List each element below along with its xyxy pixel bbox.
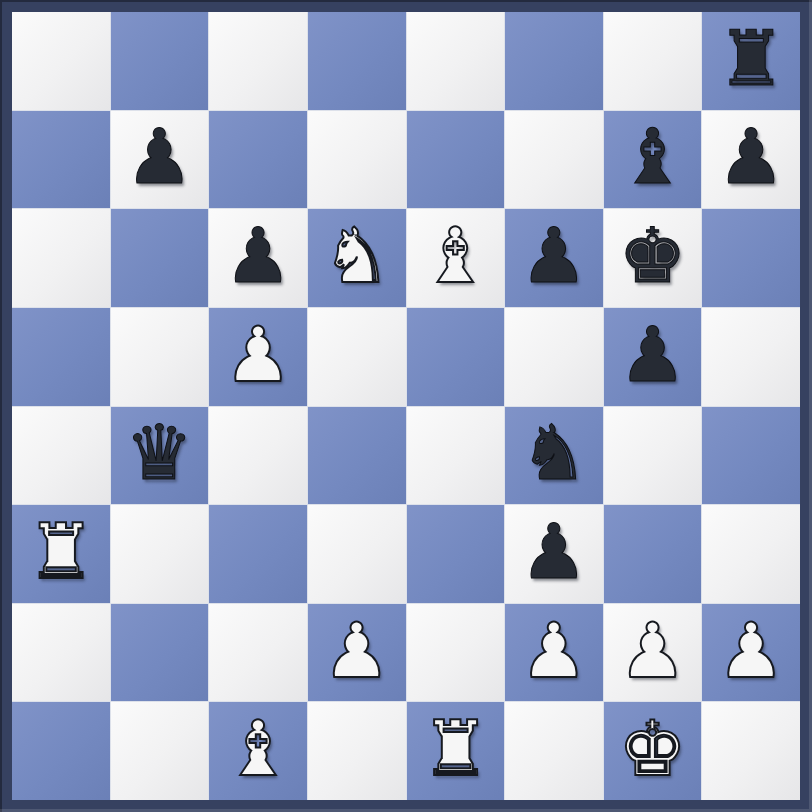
square-b3[interactable]	[111, 505, 209, 603]
square-h7[interactable]: ♟	[702, 111, 800, 209]
square-a4[interactable]	[12, 407, 110, 505]
square-e5[interactable]	[407, 308, 505, 406]
square-e7[interactable]	[407, 111, 505, 209]
square-e2[interactable]	[407, 604, 505, 702]
square-d6[interactable]: ♞	[308, 209, 406, 307]
square-b8[interactable]	[111, 12, 209, 110]
square-h3[interactable]	[702, 505, 800, 603]
white-pawn-piece[interactable]: ♟	[323, 613, 391, 689]
square-a7[interactable]	[12, 111, 110, 209]
square-h5[interactable]	[702, 308, 800, 406]
square-d5[interactable]	[308, 308, 406, 406]
square-e4[interactable]	[407, 407, 505, 505]
square-h6[interactable]	[702, 209, 800, 307]
square-f2[interactable]: ♟	[505, 604, 603, 702]
square-b7[interactable]: ♟	[111, 111, 209, 209]
board-frame: ♜♟♝♟♟♞♝♟♚♟♟♛♞♜♟♟♟♟♟♝♜♚	[0, 0, 812, 812]
square-d2[interactable]: ♟	[308, 604, 406, 702]
black-pawn-piece[interactable]: ♟	[224, 218, 292, 294]
square-d1[interactable]	[308, 702, 406, 800]
black-knight-piece[interactable]: ♞	[520, 415, 588, 491]
square-g1[interactable]: ♚	[604, 702, 702, 800]
square-b5[interactable]	[111, 308, 209, 406]
black-bishop-piece[interactable]: ♝	[618, 119, 686, 195]
square-g6[interactable]: ♚	[604, 209, 702, 307]
square-b6[interactable]	[111, 209, 209, 307]
square-e8[interactable]	[407, 12, 505, 110]
square-c8[interactable]	[209, 12, 307, 110]
black-pawn-piece[interactable]: ♟	[618, 317, 686, 393]
black-rook-piece[interactable]: ♜	[717, 21, 785, 97]
white-king-piece[interactable]: ♚	[618, 711, 686, 787]
square-g5[interactable]: ♟	[604, 308, 702, 406]
white-pawn-piece[interactable]: ♟	[717, 613, 785, 689]
square-b1[interactable]	[111, 702, 209, 800]
square-f6[interactable]: ♟	[505, 209, 603, 307]
square-h1[interactable]	[702, 702, 800, 800]
square-g3[interactable]	[604, 505, 702, 603]
black-pawn-piece[interactable]: ♟	[520, 218, 588, 294]
square-c5[interactable]: ♟	[209, 308, 307, 406]
square-e1[interactable]: ♜	[407, 702, 505, 800]
square-c1[interactable]: ♝	[209, 702, 307, 800]
square-d8[interactable]	[308, 12, 406, 110]
square-f7[interactable]	[505, 111, 603, 209]
square-a8[interactable]	[12, 12, 110, 110]
square-g8[interactable]	[604, 12, 702, 110]
square-a6[interactable]	[12, 209, 110, 307]
square-d7[interactable]	[308, 111, 406, 209]
white-rook-piece[interactable]: ♜	[421, 711, 489, 787]
square-d4[interactable]	[308, 407, 406, 505]
black-pawn-piece[interactable]: ♟	[125, 119, 193, 195]
square-a1[interactable]	[12, 702, 110, 800]
square-f4[interactable]: ♞	[505, 407, 603, 505]
chess-board: ♜♟♝♟♟♞♝♟♚♟♟♛♞♜♟♟♟♟♟♝♜♚	[12, 12, 800, 800]
square-f1[interactable]	[505, 702, 603, 800]
square-g4[interactable]	[604, 407, 702, 505]
white-knight-piece[interactable]: ♞	[323, 218, 391, 294]
white-pawn-piece[interactable]: ♟	[618, 613, 686, 689]
square-c3[interactable]	[209, 505, 307, 603]
square-c7[interactable]	[209, 111, 307, 209]
black-pawn-piece[interactable]: ♟	[717, 119, 785, 195]
square-h4[interactable]	[702, 407, 800, 505]
square-b2[interactable]	[111, 604, 209, 702]
black-queen-piece[interactable]: ♛	[125, 415, 193, 491]
square-b4[interactable]: ♛	[111, 407, 209, 505]
white-pawn-piece[interactable]: ♟	[224, 317, 292, 393]
square-a2[interactable]	[12, 604, 110, 702]
square-f5[interactable]	[505, 308, 603, 406]
square-d3[interactable]	[308, 505, 406, 603]
black-pawn-piece[interactable]: ♟	[520, 514, 588, 590]
square-g2[interactable]: ♟	[604, 604, 702, 702]
square-f8[interactable]	[505, 12, 603, 110]
square-h2[interactable]: ♟	[702, 604, 800, 702]
square-c2[interactable]	[209, 604, 307, 702]
black-king-piece[interactable]: ♚	[618, 218, 686, 294]
square-f3[interactable]: ♟	[505, 505, 603, 603]
white-bishop-piece[interactable]: ♝	[224, 711, 292, 787]
white-pawn-piece[interactable]: ♟	[520, 613, 588, 689]
square-c6[interactable]: ♟	[209, 209, 307, 307]
square-a3[interactable]: ♜	[12, 505, 110, 603]
white-bishop-piece[interactable]: ♝	[421, 218, 489, 294]
square-e6[interactable]: ♝	[407, 209, 505, 307]
white-rook-piece[interactable]: ♜	[27, 514, 95, 590]
square-h8[interactable]: ♜	[702, 12, 800, 110]
square-a5[interactable]	[12, 308, 110, 406]
square-g7[interactable]: ♝	[604, 111, 702, 209]
square-e3[interactable]	[407, 505, 505, 603]
square-c4[interactable]	[209, 407, 307, 505]
